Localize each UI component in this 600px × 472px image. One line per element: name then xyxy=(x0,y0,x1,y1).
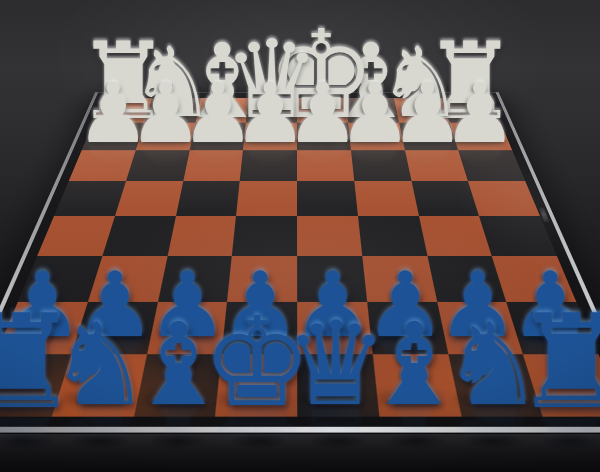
rook-glyph: ♜ xyxy=(0,297,80,427)
chess-scene: ♜♜♞♞♝♝♚♚♛♛♝♝♞♞♜♜♟♟♟♟♟♟♟♟♟♟♟♟♟♟♟♟♟♟♟♟♟♟♟♟… xyxy=(0,0,600,472)
pawn-glyph: ♟ xyxy=(76,72,150,155)
pieces-layer: ♜♜♞♞♝♝♚♚♛♛♝♝♞♞♜♜♟♟♟♟♟♟♟♟♟♟♟♟♟♟♟♟♟♟♟♟♟♟♟♟… xyxy=(0,0,600,472)
